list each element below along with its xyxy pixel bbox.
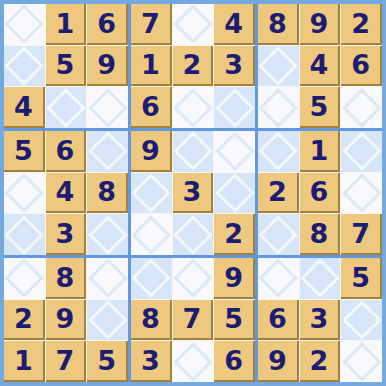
given-digit: 6 bbox=[97, 10, 116, 37]
given-digit: 8 bbox=[141, 305, 160, 332]
cell-r6c1[interactable] bbox=[4, 214, 45, 255]
cell-r7c3[interactable] bbox=[87, 258, 128, 299]
cell-r7c6[interactable]: 9 bbox=[214, 258, 255, 299]
diamond-icon bbox=[5, 5, 45, 45]
given-digit: 6 bbox=[268, 305, 287, 332]
cell-r8c1[interactable]: 2 bbox=[4, 300, 45, 341]
given-digit: 2 bbox=[14, 305, 33, 332]
cell-r5c3[interactable]: 8 bbox=[87, 173, 128, 214]
given-digit: 9 bbox=[310, 10, 329, 37]
cell-r8c4[interactable]: 8 bbox=[131, 300, 172, 341]
cell-r2c5[interactable]: 2 bbox=[173, 46, 214, 87]
cell-r5c4[interactable] bbox=[131, 173, 172, 214]
given-digit: 5 bbox=[351, 264, 370, 291]
cell-r4c2[interactable]: 6 bbox=[46, 131, 87, 172]
box-4: 56483 bbox=[4, 131, 128, 255]
cell-r1c5[interactable] bbox=[173, 4, 214, 45]
cell-r8c7[interactable]: 6 bbox=[258, 300, 299, 341]
given-digit: 1 bbox=[310, 137, 329, 164]
cell-r6c9[interactable]: 7 bbox=[341, 214, 382, 255]
cell-r4c5[interactable] bbox=[173, 131, 214, 172]
diamond-icon bbox=[300, 259, 340, 299]
given-digit: 2 bbox=[224, 220, 243, 247]
given-digit: 3 bbox=[141, 347, 160, 374]
given-digit: 8 bbox=[97, 178, 116, 205]
cell-r9c1[interactable]: 1 bbox=[4, 341, 45, 382]
cell-r9c7[interactable]: 9 bbox=[258, 341, 299, 382]
diamond-icon bbox=[88, 259, 128, 299]
cell-r1c6[interactable]: 4 bbox=[214, 4, 255, 45]
diamond-icon bbox=[342, 300, 382, 340]
box-9: 56392 bbox=[258, 258, 382, 382]
given-digit: 4 bbox=[14, 93, 33, 120]
diamond-icon bbox=[132, 173, 172, 213]
cell-r9c9[interactable] bbox=[341, 341, 382, 382]
diamond-icon bbox=[173, 132, 213, 172]
diamond-icon bbox=[342, 173, 382, 213]
cell-r9c6[interactable]: 6 bbox=[214, 341, 255, 382]
given-digit: 3 bbox=[224, 51, 243, 78]
given-digit: 3 bbox=[56, 220, 75, 247]
diamond-icon bbox=[46, 88, 86, 128]
given-digit: 6 bbox=[141, 93, 160, 120]
given-digit: 7 bbox=[141, 10, 160, 37]
given-digit: 8 bbox=[310, 220, 329, 247]
cell-r5c5[interactable]: 3 bbox=[173, 173, 214, 214]
diamond-icon bbox=[132, 215, 172, 255]
diamond-icon bbox=[88, 88, 128, 128]
cell-r1c9[interactable]: 2 bbox=[341, 4, 382, 45]
given-digit: 2 bbox=[183, 51, 202, 78]
given-digit: 6 bbox=[351, 51, 370, 78]
box-2: 741236 bbox=[131, 4, 255, 128]
given-digit: 9 bbox=[141, 137, 160, 164]
given-digit: 9 bbox=[268, 347, 287, 374]
cell-r8c5[interactable]: 7 bbox=[173, 300, 214, 341]
box-5: 932 bbox=[131, 131, 255, 255]
given-digit: 7 bbox=[183, 305, 202, 332]
cell-r2c8[interactable]: 4 bbox=[300, 46, 341, 87]
given-digit: 1 bbox=[56, 10, 75, 37]
given-digit: 3 bbox=[310, 305, 329, 332]
given-digit: 6 bbox=[310, 178, 329, 205]
cell-r6c4[interactable] bbox=[131, 214, 172, 255]
given-digit: 5 bbox=[14, 137, 33, 164]
cell-r9c4[interactable]: 3 bbox=[131, 341, 172, 382]
given-digit: 5 bbox=[97, 347, 116, 374]
cell-r4c7[interactable] bbox=[258, 131, 299, 172]
diamond-icon bbox=[342, 342, 382, 382]
cell-r4c6[interactable] bbox=[214, 131, 255, 172]
cell-r4c1[interactable]: 5 bbox=[4, 131, 45, 172]
given-digit: 2 bbox=[268, 178, 287, 205]
diamond-icon bbox=[259, 132, 299, 172]
diamond-icon bbox=[173, 5, 213, 45]
box-6: 12687 bbox=[258, 131, 382, 255]
cell-r7c5[interactable] bbox=[173, 258, 214, 299]
cell-r7c1[interactable] bbox=[4, 258, 45, 299]
given-digit: 3 bbox=[183, 178, 202, 205]
cell-r7c4[interactable] bbox=[131, 258, 172, 299]
cell-r6c8[interactable]: 8 bbox=[300, 214, 341, 255]
cell-r9c3[interactable]: 5 bbox=[87, 341, 128, 382]
diamond-icon bbox=[173, 215, 213, 255]
cell-r1c8[interactable]: 9 bbox=[300, 4, 341, 45]
cell-r2c2[interactable]: 5 bbox=[46, 46, 87, 87]
cell-r6c3[interactable] bbox=[87, 214, 128, 255]
diamond-icon bbox=[173, 342, 213, 382]
box-8: 987536 bbox=[131, 258, 255, 382]
given-digit: 4 bbox=[224, 10, 243, 37]
diamond-icon bbox=[5, 173, 45, 213]
cell-r3c3[interactable] bbox=[87, 87, 128, 128]
cell-r5c7[interactable]: 2 bbox=[258, 173, 299, 214]
cell-r4c9[interactable] bbox=[341, 131, 382, 172]
cell-r8c9[interactable] bbox=[341, 300, 382, 341]
cell-r2c1[interactable] bbox=[4, 46, 45, 87]
cell-r3c8[interactable]: 5 bbox=[300, 87, 341, 128]
cell-r7c9[interactable]: 5 bbox=[341, 258, 382, 299]
cell-r7c8[interactable] bbox=[300, 258, 341, 299]
cell-r6c6[interactable]: 2 bbox=[214, 214, 255, 255]
cell-r2c6[interactable]: 3 bbox=[214, 46, 255, 87]
cell-r3c9[interactable] bbox=[341, 87, 382, 128]
given-digit: 8 bbox=[268, 10, 287, 37]
cell-r2c7[interactable] bbox=[258, 46, 299, 87]
cell-r4c3[interactable] bbox=[87, 131, 128, 172]
cell-r6c5[interactable] bbox=[173, 214, 214, 255]
cell-r1c4[interactable]: 7 bbox=[131, 4, 172, 45]
given-digit: 6 bbox=[224, 347, 243, 374]
cell-r7c2[interactable]: 8 bbox=[46, 258, 87, 299]
given-digit: 1 bbox=[14, 347, 33, 374]
diamond-icon bbox=[173, 88, 213, 128]
cell-r3c4[interactable]: 6 bbox=[131, 87, 172, 128]
cell-r2c9[interactable]: 6 bbox=[341, 46, 382, 87]
cell-r2c4[interactable]: 1 bbox=[131, 46, 172, 87]
diamond-icon bbox=[5, 259, 45, 299]
cell-r6c2[interactable]: 3 bbox=[46, 214, 87, 255]
diamond-icon bbox=[342, 132, 382, 172]
cell-r3c7[interactable] bbox=[258, 87, 299, 128]
diamond-icon bbox=[215, 132, 255, 172]
cell-r5c8[interactable]: 6 bbox=[300, 173, 341, 214]
cell-r1c3[interactable]: 6 bbox=[87, 4, 128, 45]
given-digit: 7 bbox=[56, 347, 75, 374]
cell-r4c8[interactable]: 1 bbox=[300, 131, 341, 172]
box-3: 892465 bbox=[258, 4, 382, 128]
cell-r6c7[interactable] bbox=[258, 214, 299, 255]
given-digit: 7 bbox=[351, 220, 370, 247]
cell-r1c1[interactable] bbox=[4, 4, 45, 45]
given-digit: 1 bbox=[141, 51, 160, 78]
cell-r3c2[interactable] bbox=[46, 87, 87, 128]
cell-r7c7[interactable] bbox=[258, 258, 299, 299]
cell-r5c9[interactable] bbox=[341, 173, 382, 214]
cell-r8c6[interactable]: 5 bbox=[214, 300, 255, 341]
given-digit: 9 bbox=[224, 264, 243, 291]
box-7: 829175 bbox=[4, 258, 128, 382]
given-digit: 4 bbox=[56, 178, 75, 205]
diamond-icon bbox=[259, 88, 299, 128]
cell-r9c2[interactable]: 7 bbox=[46, 341, 87, 382]
given-digit: 8 bbox=[56, 264, 75, 291]
given-digit: 2 bbox=[310, 347, 329, 374]
cell-r3c6[interactable] bbox=[214, 87, 255, 128]
given-digit: 9 bbox=[97, 51, 116, 78]
cell-r3c1[interactable]: 4 bbox=[4, 87, 45, 128]
diamond-icon bbox=[132, 259, 172, 299]
given-digit: 5 bbox=[310, 93, 329, 120]
diamond-icon bbox=[5, 215, 45, 255]
given-digit: 6 bbox=[56, 137, 75, 164]
diamond-icon bbox=[88, 300, 128, 340]
cell-r5c6[interactable] bbox=[214, 173, 255, 214]
cell-r5c2[interactable]: 4 bbox=[46, 173, 87, 214]
diamond-icon bbox=[259, 215, 299, 255]
sudoku-board: 1659474123689246556483932126878291759875… bbox=[0, 0, 386, 386]
cell-r2c3[interactable]: 9 bbox=[87, 46, 128, 87]
cell-r5c1[interactable] bbox=[4, 173, 45, 214]
given-digit: 4 bbox=[310, 51, 329, 78]
diamond-icon bbox=[259, 46, 299, 86]
diamond-icon bbox=[5, 46, 45, 86]
given-digit: 5 bbox=[56, 51, 75, 78]
cell-r8c8[interactable]: 3 bbox=[300, 300, 341, 341]
given-digit: 5 bbox=[224, 305, 243, 332]
cell-r4c4[interactable]: 9 bbox=[131, 131, 172, 172]
diamond-icon bbox=[259, 259, 299, 299]
cell-r1c2[interactable]: 1 bbox=[46, 4, 87, 45]
diamond-icon bbox=[88, 215, 128, 255]
cell-r8c3[interactable] bbox=[87, 300, 128, 341]
box-1: 16594 bbox=[4, 4, 128, 128]
diamond-icon bbox=[342, 88, 382, 128]
diamond-icon bbox=[215, 173, 255, 213]
diamond-icon bbox=[173, 259, 213, 299]
cell-r9c5[interactable] bbox=[173, 341, 214, 382]
diamond-icon bbox=[215, 88, 255, 128]
given-digit: 9 bbox=[56, 305, 75, 332]
cell-r1c7[interactable]: 8 bbox=[258, 4, 299, 45]
cell-r9c8[interactable]: 2 bbox=[300, 341, 341, 382]
cell-r3c5[interactable] bbox=[173, 87, 214, 128]
given-digit: 2 bbox=[351, 10, 370, 37]
diamond-icon bbox=[88, 132, 128, 172]
cell-r8c2[interactable]: 9 bbox=[46, 300, 87, 341]
